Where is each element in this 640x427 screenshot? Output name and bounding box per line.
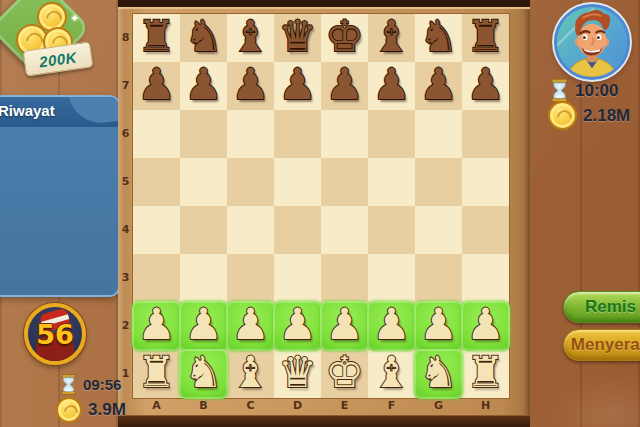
piece-white-king: ♚ [325, 351, 364, 394]
square-h8[interactable]: ♜ [462, 14, 509, 62]
square-c6[interactable] [227, 110, 274, 158]
file-label-f: F [368, 398, 415, 415]
square-c4[interactable] [227, 206, 274, 254]
rank-label-3: 3 [118, 254, 133, 302]
square-g3[interactable] [415, 254, 462, 302]
square-f8[interactable]: ♝ [368, 14, 415, 62]
square-c8[interactable]: ♝ [227, 14, 274, 62]
resign-button[interactable]: Menyerah [563, 329, 640, 361]
square-b4[interactable] [180, 206, 227, 254]
square-g1[interactable]: ♞ [415, 350, 462, 398]
square-h3[interactable] [462, 254, 509, 302]
square-h2[interactable]: ♟ [462, 302, 509, 350]
square-e3[interactable] [321, 254, 368, 302]
square-c1[interactable]: ♝ [227, 350, 274, 398]
rank-label-4: 4 [118, 206, 133, 254]
square-b7[interactable]: ♟ [180, 62, 227, 110]
piece-black-bishop: ♝ [372, 15, 411, 58]
piece-black-pawn: ♟ [184, 63, 223, 106]
square-d3[interactable] [274, 254, 321, 302]
player-top-timer: 10:00 [575, 81, 618, 101]
board-frame-bottom [118, 415, 530, 427]
square-a1[interactable]: ♜ [133, 350, 180, 398]
square-f1[interactable]: ♝ [368, 350, 415, 398]
square-c7[interactable]: ♟ [227, 62, 274, 110]
piece-black-pawn: ♟ [137, 63, 176, 106]
square-b5[interactable] [180, 158, 227, 206]
square-d2[interactable]: ♟ [274, 302, 321, 350]
piece-black-pawn: ♟ [466, 63, 505, 106]
square-f4[interactable] [368, 206, 415, 254]
square-h7[interactable]: ♟ [462, 62, 509, 110]
rank-label-7: 7 [118, 62, 133, 110]
sparkle-icon: ✦ [70, 12, 79, 25]
square-d1[interactable]: ♛ [274, 350, 321, 398]
square-g6[interactable] [415, 110, 462, 158]
piece-white-queen: ♛ [278, 351, 317, 394]
piece-white-pawn: ♟ [325, 303, 364, 346]
square-e8[interactable]: ♚ [321, 14, 368, 62]
square-a6[interactable] [133, 110, 180, 158]
square-g5[interactable] [415, 158, 462, 206]
player-bottom-badge-number: 56 [28, 307, 82, 361]
square-a3[interactable] [133, 254, 180, 302]
square-e2[interactable]: ♟ [321, 302, 368, 350]
file-label-a: A [133, 398, 180, 415]
rank-label-2: 2 [118, 302, 133, 350]
square-e1[interactable]: ♚ [321, 350, 368, 398]
piece-white-rook: ♜ [466, 351, 505, 394]
piece-white-knight: ♞ [184, 351, 223, 394]
rank-label-5: 5 [118, 158, 133, 206]
square-e7[interactable]: ♟ [321, 62, 368, 110]
square-b3[interactable] [180, 254, 227, 302]
piece-black-pawn: ♟ [231, 63, 270, 106]
piece-black-bishop: ♝ [231, 15, 270, 58]
player-bottom-coins: 3.9M [88, 400, 126, 420]
piece-white-pawn: ♟ [466, 303, 505, 346]
piece-black-pawn: ♟ [419, 63, 458, 106]
piece-white-pawn: ♟ [419, 303, 458, 346]
chess-board: 87654321 ♜♞♝♛♚♝♞♜♟♟♟♟♟♟♟♟♟♟♟♟♟♟♟♟♜♞♝♛♚♝♞… [118, 0, 530, 427]
square-b1[interactable]: ♞ [180, 350, 227, 398]
coin-icon [548, 101, 577, 130]
player-top-coins-row: 2.18M [548, 101, 630, 130]
square-g4[interactable] [415, 206, 462, 254]
piece-white-pawn: ♟ [278, 303, 317, 346]
coin-amount-text: 200K [38, 48, 78, 70]
piece-black-king: ♚ [325, 15, 364, 58]
piece-black-pawn: ♟ [372, 63, 411, 106]
piece-black-pawn: ♟ [278, 63, 317, 106]
square-e4[interactable] [321, 206, 368, 254]
square-b2[interactable]: ♟ [180, 302, 227, 350]
rank-label-8: 8 [118, 14, 133, 62]
square-e5[interactable] [321, 158, 368, 206]
file-label-c: C [227, 398, 274, 415]
square-a4[interactable] [133, 206, 180, 254]
square-a5[interactable] [133, 158, 180, 206]
square-d8[interactable]: ♛ [274, 14, 321, 62]
file-label-d: D [274, 398, 321, 415]
piece-white-pawn: ♟ [231, 303, 270, 346]
square-g8[interactable]: ♞ [415, 14, 462, 62]
square-h5[interactable] [462, 158, 509, 206]
piece-white-pawn: ♟ [372, 303, 411, 346]
square-d7[interactable]: ♟ [274, 62, 321, 110]
coin-balance-badge[interactable]: ✦ 200K [0, 0, 104, 100]
file-label-g: G [415, 398, 462, 415]
avatar-portrait [557, 7, 627, 77]
file-labels: ABCDEFGH [133, 398, 509, 415]
square-f2[interactable]: ♟ [368, 302, 415, 350]
square-h4[interactable] [462, 206, 509, 254]
square-f7[interactable]: ♟ [368, 62, 415, 110]
square-h1[interactable]: ♜ [462, 350, 509, 398]
draw-button[interactable]: Remis [563, 291, 640, 323]
player-bottom-timer-row: 09:56 [60, 374, 121, 395]
piece-white-bishop: ♝ [372, 351, 411, 394]
board-frame-top [118, 0, 530, 9]
square-d5[interactable] [274, 158, 321, 206]
square-d6[interactable] [274, 110, 321, 158]
square-g7[interactable]: ♟ [415, 62, 462, 110]
square-b8[interactable]: ♞ [180, 14, 227, 62]
square-f6[interactable] [368, 110, 415, 158]
player-top-coins: 2.18M [583, 106, 630, 126]
player-bottom-avatar[interactable]: 56 [24, 303, 86, 365]
piece-white-knight: ♞ [419, 351, 458, 394]
piece-white-pawn: ♟ [184, 303, 223, 346]
piece-black-pawn: ♟ [325, 63, 364, 106]
square-f3[interactable] [368, 254, 415, 302]
rank-label-6: 6 [118, 110, 133, 158]
piece-black-knight: ♞ [419, 15, 458, 58]
piece-black-rook: ♜ [137, 15, 176, 58]
history-panel-title: Riwayat [0, 97, 118, 119]
player-bottom-coins-row: 3.9M [56, 397, 126, 423]
hourglass-icon [60, 374, 77, 395]
file-label-e: E [321, 398, 368, 415]
piece-black-rook: ♜ [466, 15, 505, 58]
board-squares: ♜♞♝♛♚♝♞♜♟♟♟♟♟♟♟♟♟♟♟♟♟♟♟♟♜♞♝♛♚♝♞♜ [133, 14, 509, 398]
piece-white-bishop: ♝ [231, 351, 270, 394]
square-g2[interactable]: ♟ [415, 302, 462, 350]
square-f5[interactable] [368, 158, 415, 206]
square-a2[interactable]: ♟ [133, 302, 180, 350]
player-top-avatar[interactable] [554, 4, 630, 80]
history-panel: Riwayat [0, 95, 120, 297]
piece-black-knight: ♞ [184, 15, 223, 58]
coin-icon [56, 397, 82, 423]
hourglass-icon [550, 79, 569, 102]
piece-white-rook: ♜ [137, 351, 176, 394]
file-label-b: B [180, 398, 227, 415]
history-panel-header: Riwayat [0, 97, 118, 127]
square-c5[interactable] [227, 158, 274, 206]
piece-black-queen: ♛ [278, 15, 317, 58]
player-bottom-timer: 09:56 [83, 376, 121, 393]
square-e6[interactable] [321, 110, 368, 158]
rank-labels: 87654321 [118, 14, 133, 398]
square-c2[interactable]: ♟ [227, 302, 274, 350]
square-h6[interactable] [462, 110, 509, 158]
player-top-timer-row: 10:00 [550, 79, 618, 102]
square-d4[interactable] [274, 206, 321, 254]
square-a7[interactable]: ♟ [133, 62, 180, 110]
piece-white-pawn: ♟ [137, 303, 176, 346]
square-a8[interactable]: ♜ [133, 14, 180, 62]
chess-game-screen: ✦ 200K Riwayat 87654321 ♜♞♝♛♚♝♞♜♟♟♟♟♟♟♟♟… [0, 0, 640, 427]
square-b6[interactable] [180, 110, 227, 158]
square-c3[interactable] [227, 254, 274, 302]
file-label-h: H [462, 398, 509, 415]
